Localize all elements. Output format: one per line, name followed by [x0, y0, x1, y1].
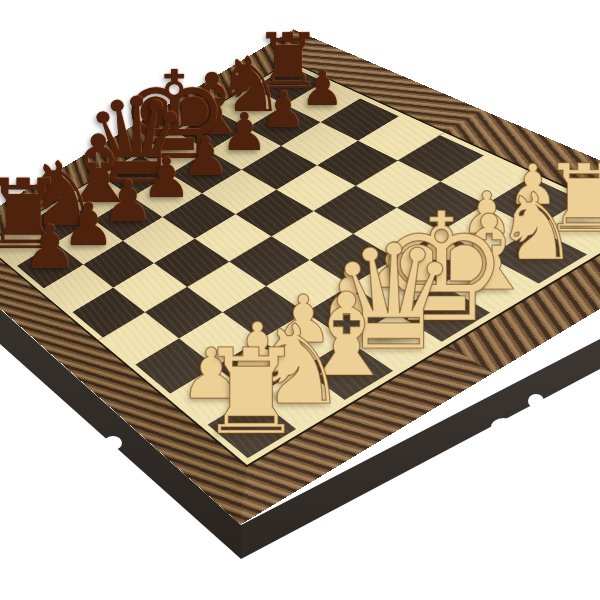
piece-black-P-h7: ♟ — [301, 63, 344, 111]
piece-black-P-a7: ♟ — [23, 217, 77, 277]
piece-white-R-a1: ♜ — [198, 332, 304, 450]
chess-set-photo: ♜♞♝♛♚♝♞♜♟♟♟♟♟♟♟♟♟♟♟♟♟♟♟♟♜♞♝♛♚♝♞♜ — [0, 0, 600, 600]
side-edge-notch — [528, 394, 544, 408]
side-edge-notch — [104, 436, 122, 450]
side-edge-latch-notch — [491, 418, 516, 436]
